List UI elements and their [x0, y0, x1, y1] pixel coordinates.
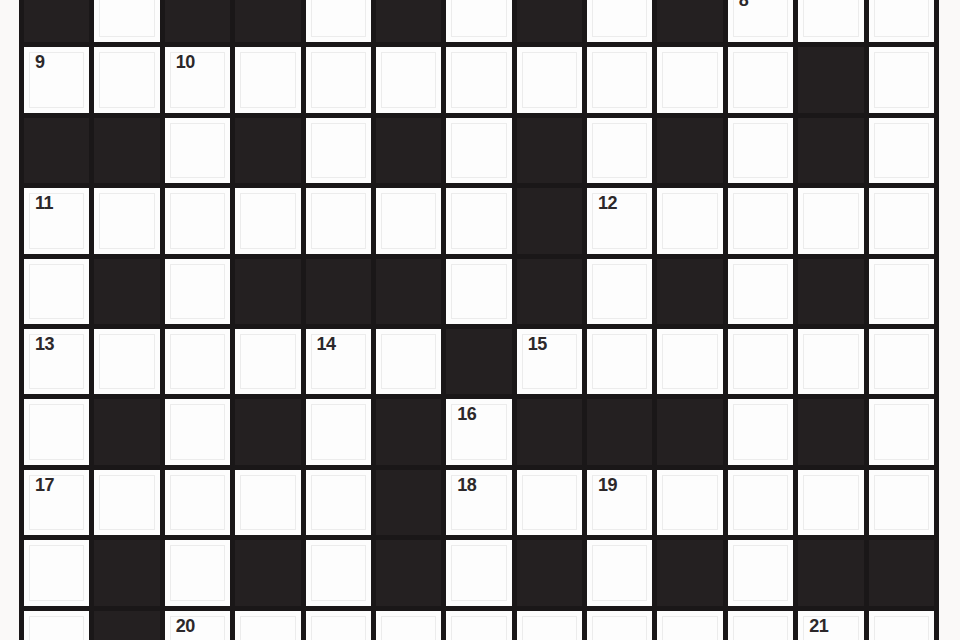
white-cell-r10c5[interactable] — [306, 611, 371, 640]
black-cell-r7c4 — [235, 399, 300, 464]
white-cell-r2c6[interactable] — [376, 47, 441, 112]
white-cell-r10c6[interactable] — [376, 611, 441, 640]
white-cell-r2c4[interactable] — [235, 47, 300, 112]
white-cell-r6c10[interactable] — [657, 329, 722, 394]
white-cell-r10c3[interactable]: 20 — [165, 611, 230, 640]
white-cell-r7c11[interactable] — [728, 399, 793, 464]
black-cell-r9c8 — [517, 540, 582, 605]
white-cell-r4c9[interactable]: 12 — [587, 188, 652, 253]
black-cell-r3c1 — [24, 118, 89, 183]
black-cell-r1c1 — [24, 0, 89, 42]
black-cell-r5c6 — [376, 259, 441, 324]
black-cell-r8c6 — [376, 470, 441, 535]
white-cell-r6c4[interactable] — [235, 329, 300, 394]
white-cell-r6c12[interactable] — [798, 329, 863, 394]
black-cell-r5c4 — [235, 259, 300, 324]
white-cell-r8c3[interactable] — [165, 470, 230, 535]
white-cell-r5c13[interactable] — [869, 259, 934, 324]
black-cell-r9c12 — [798, 540, 863, 605]
black-cell-r7c6 — [376, 399, 441, 464]
white-cell-r7c7[interactable]: 16 — [446, 399, 511, 464]
white-cell-r8c5[interactable] — [306, 470, 371, 535]
clue-number-11: 11 — [35, 194, 53, 212]
white-cell-r1c9[interactable] — [587, 0, 652, 42]
black-cell-r2c12 — [798, 47, 863, 112]
white-cell-r1c2[interactable] — [94, 0, 159, 42]
clue-number-12: 12 — [598, 194, 617, 212]
white-cell-r2c9[interactable] — [587, 47, 652, 112]
black-cell-r3c2 — [94, 118, 159, 183]
white-cell-r4c10[interactable] — [657, 188, 722, 253]
black-cell-r3c8 — [517, 118, 582, 183]
black-cell-r9c4 — [235, 540, 300, 605]
white-cell-r8c10[interactable] — [657, 470, 722, 535]
black-cell-r3c12 — [798, 118, 863, 183]
white-cell-r4c7[interactable] — [446, 188, 511, 253]
white-cell-r2c1[interactable]: 9 — [24, 47, 89, 112]
clue-number-15: 15 — [528, 335, 547, 353]
white-cell-r3c5[interactable] — [306, 118, 371, 183]
black-cell-r7c9 — [587, 399, 652, 464]
black-cell-r3c4 — [235, 118, 300, 183]
black-cell-r9c10 — [657, 540, 722, 605]
white-cell-r8c8[interactable] — [517, 470, 582, 535]
white-cell-r2c5[interactable] — [306, 47, 371, 112]
white-cell-r4c5[interactable] — [306, 188, 371, 253]
white-cell-r2c3[interactable]: 10 — [165, 47, 230, 112]
white-cell-r3c9[interactable] — [587, 118, 652, 183]
white-cell-r6c8[interactable]: 15 — [517, 329, 582, 394]
white-cell-r10c10[interactable] — [657, 611, 722, 640]
black-cell-r1c8 — [517, 0, 582, 42]
white-cell-r4c13[interactable] — [869, 188, 934, 253]
white-cell-r6c1[interactable]: 13 — [24, 329, 89, 394]
white-cell-r9c7[interactable] — [446, 540, 511, 605]
white-cell-r4c11[interactable] — [728, 188, 793, 253]
clue-number-18: 18 — [457, 476, 476, 494]
white-cell-r2c11[interactable] — [728, 47, 793, 112]
white-cell-r2c10[interactable] — [657, 47, 722, 112]
white-cell-r5c9[interactable] — [587, 259, 652, 324]
white-cell-r7c3[interactable] — [165, 399, 230, 464]
white-cell-r8c7[interactable]: 18 — [446, 470, 511, 535]
black-cell-r7c12 — [798, 399, 863, 464]
white-cell-r10c8[interactable] — [517, 611, 582, 640]
white-cell-r9c9[interactable] — [587, 540, 652, 605]
black-cell-r3c6 — [376, 118, 441, 183]
white-cell-r9c1[interactable] — [24, 540, 89, 605]
white-cell-r2c13[interactable] — [869, 47, 934, 112]
white-cell-r3c11[interactable] — [728, 118, 793, 183]
black-cell-r1c6 — [376, 0, 441, 42]
white-cell-r7c13[interactable] — [869, 399, 934, 464]
white-cell-r1c5[interactable] — [306, 0, 371, 42]
black-cell-r1c10 — [657, 0, 722, 42]
white-cell-r6c3[interactable] — [165, 329, 230, 394]
black-cell-r7c10 — [657, 399, 722, 464]
white-cell-r5c3[interactable] — [165, 259, 230, 324]
white-cell-r8c9[interactable]: 19 — [587, 470, 652, 535]
white-cell-r8c11[interactable] — [728, 470, 793, 535]
white-cell-r10c13[interactable] — [869, 611, 934, 640]
white-cell-r10c11[interactable] — [728, 611, 793, 640]
clue-number-13: 13 — [35, 335, 54, 353]
white-cell-r9c11[interactable] — [728, 540, 793, 605]
clue-number-8: 8 — [739, 0, 749, 9]
black-cell-r1c4 — [235, 0, 300, 42]
black-cell-r7c8 — [517, 399, 582, 464]
white-cell-r5c11[interactable] — [728, 259, 793, 324]
white-cell-r3c13[interactable] — [869, 118, 934, 183]
white-cell-r4c3[interactable] — [165, 188, 230, 253]
clue-number-10: 10 — [176, 53, 195, 71]
clue-number-21: 21 — [809, 617, 828, 635]
black-cell-r1c3 — [165, 0, 230, 42]
clue-number-17: 17 — [35, 476, 54, 494]
clue-number-14: 14 — [317, 335, 336, 353]
white-cell-r6c5[interactable]: 14 — [306, 329, 371, 394]
white-cell-r4c12[interactable] — [798, 188, 863, 253]
black-cell-r5c2 — [94, 259, 159, 324]
white-cell-r10c1[interactable] — [24, 611, 89, 640]
white-cell-r1c12[interactable] — [798, 0, 863, 42]
white-cell-r10c9[interactable] — [587, 611, 652, 640]
white-cell-r10c12[interactable]: 21 — [798, 611, 863, 640]
white-cell-r2c7[interactable] — [446, 47, 511, 112]
white-cell-r1c13[interactable] — [869, 0, 934, 42]
black-cell-r6c7 — [446, 329, 511, 394]
white-cell-r8c1[interactable]: 17 — [24, 470, 89, 535]
clue-number-20: 20 — [176, 617, 195, 635]
black-cell-r9c13 — [869, 540, 934, 605]
white-cell-r9c3[interactable] — [165, 540, 230, 605]
white-cell-r2c2[interactable] — [94, 47, 159, 112]
white-cell-r8c2[interactable] — [94, 470, 159, 535]
black-cell-r5c5 — [306, 259, 371, 324]
clue-number-9: 9 — [35, 53, 45, 71]
white-cell-r4c6[interactable] — [376, 188, 441, 253]
black-cell-r5c8 — [517, 259, 582, 324]
white-cell-r9c5[interactable] — [306, 540, 371, 605]
black-cell-r9c6 — [376, 540, 441, 605]
clue-number-16: 16 — [457, 405, 476, 423]
white-cell-r3c7[interactable] — [446, 118, 511, 183]
white-cell-r5c7[interactable] — [446, 259, 511, 324]
white-cell-r10c4[interactable] — [235, 611, 300, 640]
black-cell-r4c8 — [517, 188, 582, 253]
white-cell-r7c1[interactable] — [24, 399, 89, 464]
white-cell-r1c7[interactable] — [446, 0, 511, 42]
white-cell-r8c12[interactable] — [798, 470, 863, 535]
clue-number-19: 19 — [598, 476, 617, 494]
white-cell-r6c13[interactable] — [869, 329, 934, 394]
white-cell-r4c4[interactable] — [235, 188, 300, 253]
black-cell-r7c2 — [94, 399, 159, 464]
white-cell-r6c9[interactable] — [587, 329, 652, 394]
white-cell-r1c11[interactable]: 8 — [728, 0, 793, 42]
white-cell-r3c3[interactable] — [165, 118, 230, 183]
white-cell-r8c4[interactable] — [235, 470, 300, 535]
black-cell-r5c12 — [798, 259, 863, 324]
crossword-grid: 89101112131415161718192021 — [19, 0, 939, 640]
crossword-viewport: 89101112131415161718192021 — [0, 0, 960, 640]
white-cell-r7c5[interactable] — [306, 399, 371, 464]
white-cell-r10c7[interactable] — [446, 611, 511, 640]
black-cell-r10c2 — [94, 611, 159, 640]
white-cell-r4c1[interactable]: 11 — [24, 188, 89, 253]
white-cell-r2c8[interactable] — [517, 47, 582, 112]
white-cell-r8c13[interactable] — [869, 470, 934, 535]
white-cell-r6c6[interactable] — [376, 329, 441, 394]
white-cell-r6c11[interactable] — [728, 329, 793, 394]
white-cell-r4c2[interactable] — [94, 188, 159, 253]
black-cell-r9c2 — [94, 540, 159, 605]
white-cell-r6c2[interactable] — [94, 329, 159, 394]
black-cell-r5c10 — [657, 259, 722, 324]
white-cell-r5c1[interactable] — [24, 259, 89, 324]
black-cell-r3c10 — [657, 118, 722, 183]
